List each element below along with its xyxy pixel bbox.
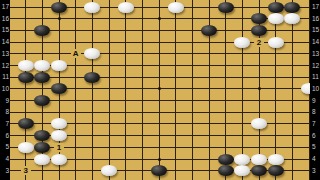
black-stone-F11 bbox=[84, 72, 100, 83]
row-coordinate-12: 12 bbox=[312, 62, 320, 70]
white-stone-D12 bbox=[51, 60, 67, 71]
black-stone-O17 bbox=[218, 2, 234, 13]
row-coordinate-16: 16 bbox=[0, 15, 9, 23]
grid-line-vertical bbox=[125, 0, 126, 180]
grid-line-horizontal bbox=[9, 77, 310, 78]
white-stone-R4 bbox=[268, 154, 284, 165]
row-coordinate-6: 6 bbox=[0, 132, 9, 140]
white-stone-C4 bbox=[34, 154, 50, 165]
grid-line-vertical bbox=[75, 0, 76, 180]
go-video-frame: A123 17161514131211109876543 17161514131… bbox=[0, 0, 320, 180]
black-stone-D17 bbox=[51, 2, 67, 13]
grid-line-vertical bbox=[192, 0, 193, 180]
row-coordinate-11: 11 bbox=[312, 73, 320, 81]
grid-line-vertical bbox=[292, 0, 293, 180]
row-coordinate-10: 10 bbox=[0, 85, 9, 93]
black-stone-R17 bbox=[268, 2, 284, 13]
row-coordinate-17: 17 bbox=[312, 3, 320, 11]
black-stone-B11 bbox=[18, 72, 34, 83]
star-point bbox=[58, 17, 61, 20]
black-stone-O3 bbox=[218, 165, 234, 176]
point-label-1: 1 bbox=[54, 143, 64, 152]
grid-line-vertical bbox=[25, 0, 26, 180]
row-coordinate-5: 5 bbox=[312, 143, 320, 151]
grid-line-horizontal bbox=[9, 100, 310, 101]
grid-line-vertical bbox=[175, 0, 176, 180]
row-coordinate-10: 10 bbox=[312, 85, 320, 93]
row-coordinate-14: 14 bbox=[0, 38, 9, 46]
black-stone-N15 bbox=[201, 25, 217, 36]
grid-line-vertical bbox=[109, 0, 110, 180]
black-stone-S17 bbox=[284, 2, 300, 13]
grid-line-horizontal bbox=[9, 53, 310, 54]
row-coordinate-6: 6 bbox=[312, 132, 320, 140]
grid-line-horizontal bbox=[9, 112, 310, 113]
point-label-3: 3 bbox=[21, 166, 31, 175]
row-coordinate-4: 4 bbox=[0, 155, 9, 163]
white-stone-Q4 bbox=[251, 154, 267, 165]
row-coordinate-7: 7 bbox=[312, 120, 320, 128]
point-label-A: A bbox=[71, 49, 81, 58]
black-stone-C11 bbox=[34, 72, 50, 83]
star-point bbox=[158, 17, 161, 20]
black-stone-R3 bbox=[268, 165, 284, 176]
row-coordinate-4: 4 bbox=[312, 155, 320, 163]
star-point bbox=[158, 158, 161, 161]
point-label-2: 2 bbox=[254, 38, 264, 47]
white-stone-B12 bbox=[18, 60, 34, 71]
white-stone-H17 bbox=[118, 2, 134, 13]
row-coordinate-5: 5 bbox=[0, 143, 9, 151]
white-stone-F17 bbox=[84, 2, 100, 13]
white-stone-P14 bbox=[234, 37, 250, 48]
row-coordinate-17: 17 bbox=[0, 3, 9, 11]
row-coordinate-13: 13 bbox=[0, 50, 9, 58]
left-coordinate-bar: 17161514131211109876543 bbox=[0, 0, 10, 180]
row-coordinate-8: 8 bbox=[312, 108, 320, 116]
row-coordinate-9: 9 bbox=[0, 97, 9, 105]
row-coordinate-11: 11 bbox=[0, 73, 9, 81]
right-coordinate-bar: 17161514131211109876543 bbox=[310, 0, 320, 180]
white-stone-R16 bbox=[268, 13, 284, 24]
black-stone-Q15 bbox=[251, 25, 267, 36]
white-stone-L17 bbox=[168, 2, 184, 13]
row-coordinate-14: 14 bbox=[312, 38, 320, 46]
row-coordinate-3: 3 bbox=[0, 167, 9, 175]
row-coordinate-13: 13 bbox=[312, 50, 320, 58]
white-stone-D4 bbox=[51, 154, 67, 165]
white-stone-B5 bbox=[18, 142, 34, 153]
grid-line-vertical bbox=[92, 0, 93, 180]
row-coordinate-8: 8 bbox=[0, 108, 9, 116]
row-coordinate-3: 3 bbox=[312, 167, 320, 175]
white-stone-P4 bbox=[234, 154, 250, 165]
black-stone-O4 bbox=[218, 154, 234, 165]
row-coordinate-7: 7 bbox=[0, 120, 9, 128]
row-coordinate-15: 15 bbox=[0, 26, 9, 34]
row-coordinate-12: 12 bbox=[0, 62, 9, 70]
row-coordinate-16: 16 bbox=[312, 15, 320, 23]
white-stone-R14 bbox=[268, 37, 284, 48]
grid-line-vertical bbox=[142, 0, 143, 180]
grid-line-horizontal bbox=[9, 42, 310, 43]
black-stone-C5 bbox=[34, 142, 50, 153]
row-coordinate-15: 15 bbox=[312, 26, 320, 34]
row-coordinate-9: 9 bbox=[312, 97, 320, 105]
